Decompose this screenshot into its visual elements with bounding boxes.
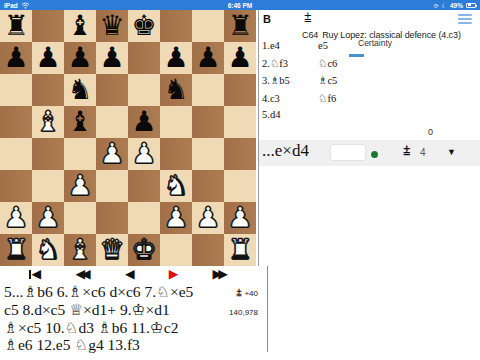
square-a7[interactable]: ♟ bbox=[0, 42, 32, 74]
white-bishop: ♝ bbox=[32, 106, 64, 138]
black-pawn: ♟ bbox=[0, 42, 32, 74]
menu-icon[interactable] bbox=[458, 14, 472, 26]
square-e3[interactable] bbox=[128, 170, 160, 202]
candidate-eval-symbol: ⩲ bbox=[403, 144, 410, 158]
white-pawn: ♟ bbox=[224, 202, 256, 234]
square-a4[interactable] bbox=[0, 138, 32, 170]
fast-back-icon: ◀◀ bbox=[75, 268, 90, 281]
vertical-divider bbox=[267, 266, 268, 352]
square-c4[interactable] bbox=[64, 138, 96, 170]
square-c8[interactable]: ♝ bbox=[64, 10, 96, 42]
white-king: ♚ bbox=[128, 234, 160, 266]
move-white-4[interactable]: 4.c3 bbox=[262, 93, 318, 104]
green-dot-icon bbox=[371, 151, 378, 158]
square-g5[interactable] bbox=[192, 106, 224, 138]
square-c3[interactable]: ♟ bbox=[64, 170, 96, 202]
black-pawn: ♟ bbox=[128, 106, 160, 138]
certainty-label: Certainty bbox=[358, 38, 392, 48]
square-d7[interactable]: ♟ bbox=[96, 42, 128, 74]
white-knight: ♞ bbox=[160, 170, 192, 202]
play-icon: ▶ bbox=[169, 268, 179, 281]
white-bishop: ♝ bbox=[64, 234, 96, 266]
wifi-icon bbox=[21, 2, 30, 9]
square-e7[interactable] bbox=[128, 42, 160, 74]
square-b3[interactable] bbox=[32, 170, 64, 202]
move-white-5[interactable]: 5.d4 bbox=[262, 109, 318, 120]
square-e4[interactable]: ♟ bbox=[128, 138, 160, 170]
candidate-input[interactable] bbox=[330, 144, 366, 161]
square-g3[interactable] bbox=[192, 170, 224, 202]
white-pawn: ♟ bbox=[64, 170, 96, 202]
square-g6[interactable] bbox=[192, 74, 224, 106]
square-e2[interactable] bbox=[128, 202, 160, 234]
square-g7[interactable]: ♟ bbox=[192, 42, 224, 74]
square-h7[interactable]: ♟ bbox=[224, 42, 256, 74]
white-rook: ♜ bbox=[224, 234, 256, 266]
fast-forward-icon: ▶▶ bbox=[213, 268, 228, 281]
square-e5[interactable]: ♟ bbox=[128, 106, 160, 138]
black-rook: ♜ bbox=[0, 10, 32, 42]
notation-line[interactable]: ♗e6 12.e5 ♘g4 13.f3 bbox=[4, 336, 268, 354]
move-black-1[interactable]: e5 bbox=[318, 40, 328, 51]
black-bishop: ♝ bbox=[64, 10, 96, 42]
black-pawn: ♟ bbox=[32, 42, 64, 74]
line-evaluation: ⩲+40 140,978 bbox=[229, 285, 258, 322]
square-b4[interactable] bbox=[32, 138, 64, 170]
square-c7[interactable]: ♟ bbox=[64, 42, 96, 74]
square-d4[interactable]: ♟ bbox=[96, 138, 128, 170]
carrier-label: iPad bbox=[4, 2, 18, 9]
move-notation: 5...♗b6 6.♗×c6 d×c6 7.♘×e5 c5 8.d×c5 ♕×d… bbox=[0, 283, 268, 353]
moon-icon: ☾ bbox=[442, 2, 447, 9]
black-pawn: ♟ bbox=[224, 42, 256, 74]
square-g2[interactable]: ♟ bbox=[192, 202, 224, 234]
move-white-2[interactable]: 2.♘f3 bbox=[262, 57, 318, 69]
opening-eco: C64 bbox=[302, 30, 318, 40]
square-f5[interactable] bbox=[160, 106, 192, 138]
chess-board: ♜♝♛♚♜♟♟♟♟♟♟♟♞♞♝♝♟♟♟♟♞♟♟♟♟♟♜♞♝♛♚♜ bbox=[0, 10, 256, 266]
square-a8[interactable]: ♜ bbox=[0, 10, 32, 42]
square-e8[interactable]: ♚ bbox=[128, 10, 160, 42]
square-d1[interactable]: ♛ bbox=[96, 234, 128, 266]
rotation-lock-icon: ⟳ bbox=[434, 2, 439, 9]
line-score: +40 bbox=[244, 289, 258, 298]
candidate-move[interactable]: ...e×d4 bbox=[262, 141, 309, 161]
white-knight: ♞ bbox=[32, 234, 64, 266]
move-black-3[interactable]: ♗c5 bbox=[318, 74, 337, 86]
square-e6[interactable] bbox=[128, 74, 160, 106]
play-button[interactable]: ▶ bbox=[169, 268, 179, 281]
square-b5[interactable]: ♝ bbox=[32, 106, 64, 138]
white-pawn: ♟ bbox=[32, 202, 64, 234]
square-a5[interactable] bbox=[0, 106, 32, 138]
square-b6[interactable] bbox=[32, 74, 64, 106]
square-h2[interactable]: ♟ bbox=[224, 202, 256, 234]
back-icon: ◀ bbox=[125, 268, 135, 281]
square-c6[interactable]: ♞ bbox=[64, 74, 96, 106]
square-a2[interactable]: ♟ bbox=[0, 202, 32, 234]
nav-bar: ◀ ◀◀ ◀ ▶ ▶▶ bbox=[0, 266, 257, 283]
battery-percent: 49% bbox=[450, 2, 463, 9]
square-g4[interactable] bbox=[192, 138, 224, 170]
square-f3[interactable]: ♞ bbox=[160, 170, 192, 202]
games-count: 140,978 bbox=[229, 304, 258, 322]
white-pawn: ♟ bbox=[96, 138, 128, 170]
square-b2[interactable]: ♟ bbox=[32, 202, 64, 234]
white-pawn: ♟ bbox=[192, 202, 224, 234]
black-pawn: ♟ bbox=[160, 42, 192, 74]
square-f2[interactable]: ♟ bbox=[160, 202, 192, 234]
square-h1[interactable]: ♜ bbox=[224, 234, 256, 266]
candidate-count-top: 0 bbox=[428, 127, 433, 137]
app-screen: iPad 6:46 PM ⟳ ☾ 49% ♜♝♛♚♜♟♟♟♟♟♟♟♞♞♝♝♟♟♟… bbox=[0, 0, 480, 360]
square-b1[interactable]: ♞ bbox=[32, 234, 64, 266]
square-h6[interactable] bbox=[224, 74, 256, 106]
back-button[interactable]: ◀ bbox=[125, 268, 135, 281]
battery-icon bbox=[466, 3, 476, 8]
move-white-1[interactable]: 1.e4 bbox=[262, 40, 318, 51]
fast-forward-button[interactable]: ▶▶ bbox=[213, 268, 228, 281]
square-d8[interactable]: ♛ bbox=[96, 10, 128, 42]
certainty-bar bbox=[349, 54, 364, 57]
square-c5[interactable]: ♝ bbox=[64, 106, 96, 138]
black-queen: ♛ bbox=[96, 10, 128, 42]
turn-indicator: B bbox=[263, 13, 271, 25]
white-pawn: ♟ bbox=[128, 138, 160, 170]
square-d3[interactable] bbox=[96, 170, 128, 202]
black-king: ♚ bbox=[128, 10, 160, 42]
square-f8[interactable] bbox=[160, 10, 192, 42]
square-h3[interactable] bbox=[224, 170, 256, 202]
square-g1[interactable] bbox=[192, 234, 224, 266]
move-white-3[interactable]: 3.♗b5 bbox=[262, 74, 318, 86]
opening-moves-list: 1.e4e52.♘f3♘c63.♗b5♗c54.c3♘f65.d4 bbox=[262, 40, 337, 126]
square-f7[interactable]: ♟ bbox=[160, 42, 192, 74]
white-pawn: ♟ bbox=[0, 202, 32, 234]
move-black-2[interactable]: ♘c6 bbox=[318, 57, 337, 69]
move-black-4[interactable]: ♘f6 bbox=[318, 92, 336, 104]
square-d2[interactable] bbox=[96, 202, 128, 234]
black-pawn: ♟ bbox=[64, 42, 96, 74]
square-a3[interactable] bbox=[0, 170, 32, 202]
square-f1[interactable] bbox=[160, 234, 192, 266]
black-knight: ♞ bbox=[160, 74, 192, 106]
square-g8[interactable] bbox=[192, 10, 224, 42]
square-c1[interactable]: ♝ bbox=[64, 234, 96, 266]
black-rook: ♜ bbox=[224, 10, 256, 42]
square-h4[interactable] bbox=[224, 138, 256, 170]
black-pawn: ♟ bbox=[96, 42, 128, 74]
square-a1[interactable]: ♜ bbox=[0, 234, 32, 266]
line-eval-symbol: ⩲ bbox=[236, 288, 241, 298]
square-f6[interactable]: ♞ bbox=[160, 74, 192, 106]
white-queen: ♛ bbox=[96, 234, 128, 266]
black-bishop: ♝ bbox=[64, 106, 96, 138]
skip-to-start-button[interactable]: ◀ bbox=[29, 268, 41, 281]
square-e1[interactable]: ♚ bbox=[128, 234, 160, 266]
square-c2[interactable] bbox=[64, 202, 96, 234]
fast-back-button[interactable]: ◀◀ bbox=[75, 268, 90, 281]
square-b7[interactable]: ♟ bbox=[32, 42, 64, 74]
white-pawn: ♟ bbox=[160, 202, 192, 234]
dropdown-caret-icon[interactable]: ▼ bbox=[447, 147, 456, 157]
black-pawn: ♟ bbox=[192, 42, 224, 74]
square-h5[interactable] bbox=[224, 106, 256, 138]
square-d6[interactable] bbox=[96, 74, 128, 106]
candidate-count: 4 bbox=[420, 147, 426, 158]
square-f4[interactable] bbox=[160, 138, 192, 170]
candidate-move-row[interactable]: ...e×d4 ⩲ 4 ▼ bbox=[259, 140, 480, 166]
analysis-panel: B ⩲ C64Ruy Lopez: classical defence (4.c… bbox=[258, 10, 480, 266]
position-eval-symbol: ⩲ bbox=[304, 10, 312, 26]
clock: 6:46 PM bbox=[0, 2, 480, 9]
white-rook: ♜ bbox=[0, 234, 32, 266]
square-h8[interactable]: ♜ bbox=[224, 10, 256, 42]
square-d5[interactable] bbox=[96, 106, 128, 138]
square-b8[interactable] bbox=[32, 10, 64, 42]
black-knight: ♞ bbox=[64, 74, 96, 106]
square-a6[interactable] bbox=[0, 74, 32, 106]
skip-to-start-icon: ◀ bbox=[32, 268, 42, 281]
